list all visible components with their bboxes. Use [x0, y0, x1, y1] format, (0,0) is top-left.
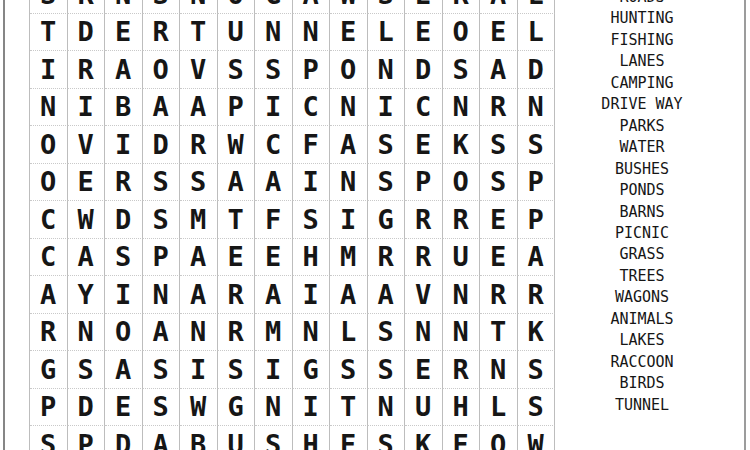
grid-cell-r6c11[interactable]: P	[405, 164, 443, 202]
grid-cell-r2c3[interactable]: E	[105, 14, 143, 52]
grid-cell-r10c5[interactable]: N	[180, 314, 218, 352]
grid-cell-r12c4[interactable]: S	[143, 389, 181, 427]
grid-cell-r2c1[interactable]: T	[30, 14, 68, 52]
grid-cell-r5c14[interactable]: S	[518, 126, 556, 164]
grid-cell-r7c6[interactable]: T	[218, 201, 256, 239]
grid-cell-r10c1[interactable]: R	[30, 314, 68, 352]
grid-cell-r1c5[interactable]: N	[180, 0, 218, 14]
grid-cell-r12c14[interactable]: S	[518, 389, 556, 427]
grid-cell-r12c7[interactable]: N	[255, 389, 293, 427]
grid-cell-r13c14[interactable]: W	[518, 426, 556, 450]
grid-cell-r13c13[interactable]: O	[480, 426, 518, 450]
grid-cell-r4c7[interactable]: I	[255, 89, 293, 127]
grid-cell-r6c13[interactable]: S	[480, 164, 518, 202]
grid-cell-r11c10[interactable]: S	[368, 351, 406, 389]
grid-cell-r11c13[interactable]: N	[480, 351, 518, 389]
grid-cell-r13c9[interactable]: E	[330, 426, 368, 450]
grid-cell-r7c5[interactable]: M	[180, 201, 218, 239]
grid-cell-r3c6[interactable]: S	[218, 51, 256, 89]
word-item-camping: CAMPING	[552, 73, 732, 94]
grid-cell-r10c2[interactable]: N	[68, 314, 106, 352]
word-item-barns: BARNS	[552, 202, 732, 223]
word-item-parks: PARKS	[552, 116, 732, 137]
grid-cell-r4c4[interactable]: A	[143, 89, 181, 127]
grid-cell-r12c13[interactable]: L	[480, 389, 518, 427]
grid-cell-r4c8[interactable]: C	[293, 89, 331, 127]
grid-cell-r9c8[interactable]: I	[293, 276, 331, 314]
grid-cell-r4c2[interactable]: I	[68, 89, 106, 127]
grid-cell-r3c14[interactable]: D	[518, 51, 556, 89]
grid-cell-r10c3[interactable]: O	[105, 314, 143, 352]
grid-cell-r1c11[interactable]: E	[405, 0, 443, 14]
grid-cell-r7c12[interactable]: R	[443, 201, 481, 239]
page-right-border	[744, 0, 746, 450]
grid-cell-r1c12[interactable]: R	[443, 0, 481, 14]
grid-cell-r3c8[interactable]: P	[293, 51, 331, 89]
grid-cell-r7c13[interactable]: E	[480, 201, 518, 239]
grid-cell-r10c12[interactable]: N	[443, 314, 481, 352]
grid-cell-r11c9[interactable]: S	[330, 351, 368, 389]
grid-cell-r2c2[interactable]: D	[68, 14, 106, 52]
word-item-drive-way: DRIVE WAY	[552, 94, 732, 115]
grid-cell-r8c13[interactable]: E	[480, 239, 518, 277]
grid-cell-r4c10[interactable]: I	[368, 89, 406, 127]
grid-cell-r6c10[interactable]: S	[368, 164, 406, 202]
grid-cell-r11c8[interactable]: G	[293, 351, 331, 389]
grid-cell-r5c11[interactable]: E	[405, 126, 443, 164]
grid-cell-r5c13[interactable]: S	[480, 126, 518, 164]
grid-cell-r2c5[interactable]: T	[180, 14, 218, 52]
word-search-grid: SRNSNOGAWSERALTDERTUNNELEOELIRAOVSSPONDS…	[29, 0, 555, 450]
grid-cell-r11c1[interactable]: G	[30, 351, 68, 389]
grid-cell-r12c8[interactable]: I	[293, 389, 331, 427]
grid-cell-r9c9[interactable]: A	[330, 276, 368, 314]
grid-cell-r10c14[interactable]: K	[518, 314, 556, 352]
grid-cell-r2c11[interactable]: E	[405, 14, 443, 52]
grid-cell-r2c10[interactable]: L	[368, 14, 406, 52]
word-item-birds: BIRDS	[552, 373, 732, 394]
grid-cell-r5c1[interactable]: O	[30, 126, 68, 164]
grid-cell-r5c8[interactable]: F	[293, 126, 331, 164]
grid-cell-r11c3[interactable]: A	[105, 351, 143, 389]
grid-cell-r10c9[interactable]: L	[330, 314, 368, 352]
word-item-picnic: PICNIC	[552, 223, 732, 244]
grid-cell-r13c10[interactable]: S	[368, 426, 406, 450]
grid-cell-r1c13[interactable]: A	[480, 0, 518, 14]
grid-cell-r5c9[interactable]: A	[330, 126, 368, 164]
grid-cell-r5c7[interactable]: C	[255, 126, 293, 164]
grid-cell-r12c12[interactable]: H	[443, 389, 481, 427]
grid-cell-r6c3[interactable]: R	[105, 164, 143, 202]
grid-cell-r9c6[interactable]: R	[218, 276, 256, 314]
grid-cell-r3c7[interactable]: S	[255, 51, 293, 89]
grid-cell-r7c10[interactable]: G	[368, 201, 406, 239]
grid-cell-r13c1[interactable]: S	[30, 426, 68, 450]
grid-cell-r9c5[interactable]: A	[180, 276, 218, 314]
grid-cell-r1c4[interactable]: S	[143, 0, 181, 14]
grid-cell-r12c3[interactable]: E	[105, 389, 143, 427]
grid-cell-r2c6[interactable]: U	[218, 14, 256, 52]
grid-cell-r5c5[interactable]: R	[180, 126, 218, 164]
grid-cell-r8c11[interactable]: R	[405, 239, 443, 277]
grid-cell-r12c6[interactable]: G	[218, 389, 256, 427]
word-item-fishing: FISHING	[552, 30, 732, 51]
word-item-grass: GRASS	[552, 244, 732, 265]
grid-cell-r11c14[interactable]: S	[518, 351, 556, 389]
grid-cell-r6c1[interactable]: O	[30, 164, 68, 202]
word-item-raccoon: RACCOON	[552, 352, 732, 373]
grid-cell-r7c2[interactable]: W	[68, 201, 106, 239]
grid-cell-r10c11[interactable]: N	[405, 314, 443, 352]
grid-cell-r13c2[interactable]: P	[68, 426, 106, 450]
grid-cell-r1c10[interactable]: S	[368, 0, 406, 14]
grid-cell-r6c6[interactable]: A	[218, 164, 256, 202]
grid-cell-r7c14[interactable]: P	[518, 201, 556, 239]
grid-cell-r3c3[interactable]: A	[105, 51, 143, 89]
grid-cell-r10c13[interactable]: T	[480, 314, 518, 352]
grid-cell-r10c7[interactable]: M	[255, 314, 293, 352]
grid-cell-r8c5[interactable]: A	[180, 239, 218, 277]
word-item-wagons: WAGONS	[552, 287, 732, 308]
grid-cell-r11c4[interactable]: S	[143, 351, 181, 389]
grid-cell-r11c5[interactable]: I	[180, 351, 218, 389]
grid-cell-r11c6[interactable]: S	[218, 351, 256, 389]
grid-cell-r9c7[interactable]: A	[255, 276, 293, 314]
grid-cell-r8c10[interactable]: R	[368, 239, 406, 277]
grid-cell-r13c8[interactable]: H	[293, 426, 331, 450]
grid-cell-r1c14[interactable]: L	[518, 0, 556, 14]
grid-cell-r13c11[interactable]: K	[405, 426, 443, 450]
grid-cell-r9c12[interactable]: N	[443, 276, 481, 314]
grid-cell-r4c6[interactable]: P	[218, 89, 256, 127]
grid-cell-r1c6[interactable]: O	[218, 0, 256, 14]
grid-cell-r2c7[interactable]: N	[255, 14, 293, 52]
grid-cell-r5c2[interactable]: V	[68, 126, 106, 164]
grid-cell-r11c11[interactable]: E	[405, 351, 443, 389]
grid-cell-r10c8[interactable]: N	[293, 314, 331, 352]
grid-cell-r9c4[interactable]: N	[143, 276, 181, 314]
grid-cell-r8c1[interactable]: C	[30, 239, 68, 277]
grid-cell-r2c13[interactable]: E	[480, 14, 518, 52]
grid-cell-r11c7[interactable]: I	[255, 351, 293, 389]
grid-cell-r1c3[interactable]: N	[105, 0, 143, 14]
grid-cell-r4c11[interactable]: C	[405, 89, 443, 127]
page-left-border	[3, 0, 5, 450]
grid-cell-r7c9[interactable]: I	[330, 201, 368, 239]
grid-cell-r6c5[interactable]: S	[180, 164, 218, 202]
grid-cell-r8c12[interactable]: U	[443, 239, 481, 277]
word-item-trees: TREES	[552, 266, 732, 287]
grid-cell-r6c12[interactable]: O	[443, 164, 481, 202]
grid-cell-r7c7[interactable]: F	[255, 201, 293, 239]
grid-cell-r13c5[interactable]: B	[180, 426, 218, 450]
grid-cell-r12c11[interactable]: U	[405, 389, 443, 427]
grid-cell-r2c9[interactable]: E	[330, 14, 368, 52]
grid-cell-r1c1[interactable]: S	[30, 0, 68, 14]
grid-cell-r3c12[interactable]: S	[443, 51, 481, 89]
grid-cell-r6c4[interactable]: S	[143, 164, 181, 202]
word-item-animals: ANIMALS	[552, 309, 732, 330]
grid-cell-r11c2[interactable]: S	[68, 351, 106, 389]
grid-cell-r4c9[interactable]: N	[330, 89, 368, 127]
grid-cell-r6c2[interactable]: E	[68, 164, 106, 202]
grid-cell-r9c3[interactable]: I	[105, 276, 143, 314]
grid-cell-r12c10[interactable]: N	[368, 389, 406, 427]
grid-cell-r10c10[interactable]: S	[368, 314, 406, 352]
grid-cell-r9c11[interactable]: V	[405, 276, 443, 314]
word-item-roads: ROADS	[552, 0, 732, 8]
grid-cell-r7c3[interactable]: D	[105, 201, 143, 239]
grid-cell-r8c4[interactable]: P	[143, 239, 181, 277]
grid-cell-r12c1[interactable]: P	[30, 389, 68, 427]
grid-cell-r8c7[interactable]: E	[255, 239, 293, 277]
grid-cell-r3c5[interactable]: V	[180, 51, 218, 89]
grid-cell-r5c6[interactable]: W	[218, 126, 256, 164]
word-item-tunnel: TUNNEL	[552, 395, 732, 416]
grid-cell-r1c8[interactable]: A	[293, 0, 331, 14]
grid-cell-r9c13[interactable]: R	[480, 276, 518, 314]
grid-cell-r4c5[interactable]: A	[180, 89, 218, 127]
grid-cell-r5c3[interactable]: I	[105, 126, 143, 164]
grid-cell-r5c12[interactable]: K	[443, 126, 481, 164]
grid-cell-r4c13[interactable]: R	[480, 89, 518, 127]
grid-cell-r11c12[interactable]: R	[443, 351, 481, 389]
grid-cell-r13c3[interactable]: D	[105, 426, 143, 450]
grid-cell-r7c8[interactable]: S	[293, 201, 331, 239]
grid-cell-r1c2[interactable]: R	[68, 0, 106, 14]
grid-cell-r3c10[interactable]: N	[368, 51, 406, 89]
grid-cell-r4c14[interactable]: N	[518, 89, 556, 127]
grid-cell-r12c5[interactable]: W	[180, 389, 218, 427]
grid-cell-r10c6[interactable]: R	[218, 314, 256, 352]
grid-cell-r7c11[interactable]: R	[405, 201, 443, 239]
grid-cell-r7c1[interactable]: C	[30, 201, 68, 239]
grid-cell-r4c3[interactable]: B	[105, 89, 143, 127]
word-item-water: WATER	[552, 137, 732, 158]
grid-cell-r3c4[interactable]: O	[143, 51, 181, 89]
word-item-ponds: PONDS	[552, 180, 732, 201]
grid-cell-r7c4[interactable]: S	[143, 201, 181, 239]
grid-cell-r3c11[interactable]: D	[405, 51, 443, 89]
grid-cell-r13c7[interactable]: S	[255, 426, 293, 450]
grid-cell-r6c9[interactable]: N	[330, 164, 368, 202]
grid-cell-r2c8[interactable]: N	[293, 14, 331, 52]
word-list: ROADSHUNTINGFISHINGLANESCAMPINGDRIVE WAY…	[552, 0, 732, 416]
word-item-hunting: HUNTING	[552, 8, 732, 29]
grid-cell-r10c4[interactable]: A	[143, 314, 181, 352]
grid-cell-r3c13[interactable]: A	[480, 51, 518, 89]
grid-cell-r8c8[interactable]: H	[293, 239, 331, 277]
grid-cell-r13c6[interactable]: U	[218, 426, 256, 450]
grid-cell-r6c8[interactable]: I	[293, 164, 331, 202]
word-item-bushes: BUSHES	[552, 159, 732, 180]
grid-cell-r9c1[interactable]: A	[30, 276, 68, 314]
grid-cell-r2c4[interactable]: R	[143, 14, 181, 52]
grid-cell-r2c14[interactable]: L	[518, 14, 556, 52]
grid-cell-r6c7[interactable]: A	[255, 164, 293, 202]
grid-cell-r2c12[interactable]: O	[443, 14, 481, 52]
grid-cell-r9c14[interactable]: R	[518, 276, 556, 314]
grid-cell-r13c12[interactable]: E	[443, 426, 481, 450]
grid-cell-r8c9[interactable]: M	[330, 239, 368, 277]
grid-cell-r6c14[interactable]: P	[518, 164, 556, 202]
grid-cell-r5c10[interactable]: S	[368, 126, 406, 164]
grid-cell-r12c9[interactable]: T	[330, 389, 368, 427]
grid-cell-r1c9[interactable]: W	[330, 0, 368, 14]
word-item-lakes: LAKES	[552, 330, 732, 351]
grid-cell-r8c2[interactable]: A	[68, 239, 106, 277]
grid-cell-r8c3[interactable]: S	[105, 239, 143, 277]
grid-cell-r3c2[interactable]: R	[68, 51, 106, 89]
grid-cell-r4c1[interactable]: N	[30, 89, 68, 127]
grid-cell-r9c10[interactable]: A	[368, 276, 406, 314]
grid-cell-r5c4[interactable]: D	[143, 126, 181, 164]
grid-cell-r4c12[interactable]: N	[443, 89, 481, 127]
grid-cell-r3c1[interactable]: I	[30, 51, 68, 89]
grid-cell-r1c7[interactable]: G	[255, 0, 293, 14]
grid-cell-r9c2[interactable]: Y	[68, 276, 106, 314]
grid-cell-r8c14[interactable]: A	[518, 239, 556, 277]
grid-cell-r13c4[interactable]: A	[143, 426, 181, 450]
grid-cell-r12c2[interactable]: D	[68, 389, 106, 427]
grid-cell-r3c9[interactable]: O	[330, 51, 368, 89]
word-item-lanes: LANES	[552, 51, 732, 72]
grid-cell-r8c6[interactable]: E	[218, 239, 256, 277]
